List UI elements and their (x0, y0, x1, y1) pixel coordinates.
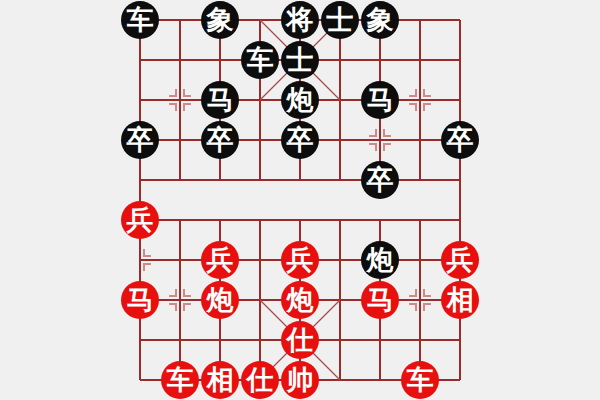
black-general-piece[interactable]: 将 (281, 1, 319, 39)
black-chariot-piece[interactable]: 车 (121, 1, 159, 39)
red-chariot-piece[interactable]: 车 (161, 361, 199, 399)
black-horse-piece[interactable]: 马 (201, 81, 239, 119)
red-soldier-piece[interactable]: 兵 (281, 241, 319, 279)
red-advisor-piece[interactable]: 仕 (281, 321, 319, 359)
red-advisor-piece[interactable]: 仕 (241, 361, 279, 399)
black-elephant-piece[interactable]: 象 (201, 1, 239, 39)
black-soldier-piece[interactable]: 卒 (201, 121, 239, 159)
black-soldier-piece[interactable]: 卒 (361, 161, 399, 199)
red-horse-piece[interactable]: 马 (121, 281, 159, 319)
red-soldier-piece[interactable]: 兵 (121, 201, 159, 239)
red-chariot-piece[interactable]: 车 (401, 361, 439, 399)
black-elephant-piece[interactable]: 象 (361, 1, 399, 39)
black-cannon-piece[interactable]: 炮 (281, 81, 319, 119)
xiangqi-board: 车象将士象车士马炮马卒卒卒卒卒兵兵兵炮兵马炮炮马相仕车相仕帅车 (0, 0, 600, 400)
black-soldier-piece[interactable]: 卒 (121, 121, 159, 159)
black-advisor-piece[interactable]: 士 (321, 1, 359, 39)
black-soldier-piece[interactable]: 卒 (281, 121, 319, 159)
red-soldier-piece[interactable]: 兵 (201, 241, 239, 279)
board-grid[interactable]: 车象将士象车士马炮马卒卒卒卒卒兵兵兵炮兵马炮炮马相仕车相仕帅车 (120, 0, 480, 400)
black-chariot-piece[interactable]: 车 (241, 41, 279, 79)
black-horse-piece[interactable]: 马 (361, 81, 399, 119)
red-cannon-piece[interactable]: 炮 (201, 281, 239, 319)
red-elephant-piece[interactable]: 相 (441, 281, 479, 319)
red-elephant-piece[interactable]: 相 (201, 361, 239, 399)
red-general-piece[interactable]: 帅 (281, 361, 319, 399)
red-cannon-piece[interactable]: 炮 (281, 281, 319, 319)
red-soldier-piece[interactable]: 兵 (441, 241, 479, 279)
black-advisor-piece[interactable]: 士 (281, 41, 319, 79)
black-cannon-piece[interactable]: 炮 (361, 241, 399, 279)
black-soldier-piece[interactable]: 卒 (441, 121, 479, 159)
red-horse-piece[interactable]: 马 (361, 281, 399, 319)
